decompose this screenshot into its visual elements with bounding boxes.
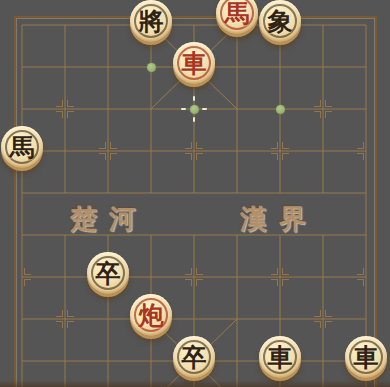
piece-glyph: 炮 xyxy=(130,294,172,336)
xiangqi-board: 楚河 漢界 將馬象車馬卒炮卒車車 xyxy=(0,0,390,387)
star-point xyxy=(55,309,75,329)
star-point xyxy=(270,141,290,161)
star-point xyxy=(12,267,32,287)
star-point xyxy=(356,141,376,161)
move-hint-dot[interactable] xyxy=(190,105,199,114)
river-label-han-jie: 漢界 xyxy=(240,201,318,237)
star-point xyxy=(98,141,118,161)
move-hint-dot[interactable] xyxy=(276,105,285,114)
star-point xyxy=(313,99,333,119)
piece-glyph: 車 xyxy=(345,336,387,378)
piece-glyph: 象 xyxy=(259,0,301,42)
star-point xyxy=(270,267,290,287)
piece-black-soldier[interactable]: 卒 xyxy=(173,336,215,378)
star-point xyxy=(184,141,204,161)
star-point xyxy=(55,99,75,119)
piece-black-soldier[interactable]: 卒 xyxy=(87,252,129,294)
piece-black-chariot[interactable]: 車 xyxy=(259,336,301,378)
piece-glyph: 馬 xyxy=(1,126,43,168)
piece-black-general[interactable]: 將 xyxy=(130,0,172,42)
piece-glyph: 卒 xyxy=(173,336,215,378)
piece-glyph: 車 xyxy=(259,336,301,378)
star-point xyxy=(313,309,333,329)
river-label-chu-he: 楚河 xyxy=(70,201,148,237)
piece-red-horse[interactable]: 馬 xyxy=(216,0,258,34)
piece-black-horse[interactable]: 馬 xyxy=(1,126,43,168)
star-point xyxy=(356,267,376,287)
piece-black-elephant[interactable]: 象 xyxy=(259,0,301,42)
piece-glyph: 將 xyxy=(130,0,172,42)
piece-glyph: 卒 xyxy=(87,252,129,294)
piece-glyph: 車 xyxy=(173,42,215,84)
piece-glyph: 馬 xyxy=(216,0,258,34)
move-hint-dot[interactable] xyxy=(147,63,156,72)
piece-red-chariot[interactable]: 車 xyxy=(173,42,215,84)
star-point xyxy=(184,267,204,287)
piece-red-cannon[interactable]: 炮 xyxy=(130,294,172,336)
piece-black-chariot[interactable]: 車 xyxy=(345,336,387,378)
